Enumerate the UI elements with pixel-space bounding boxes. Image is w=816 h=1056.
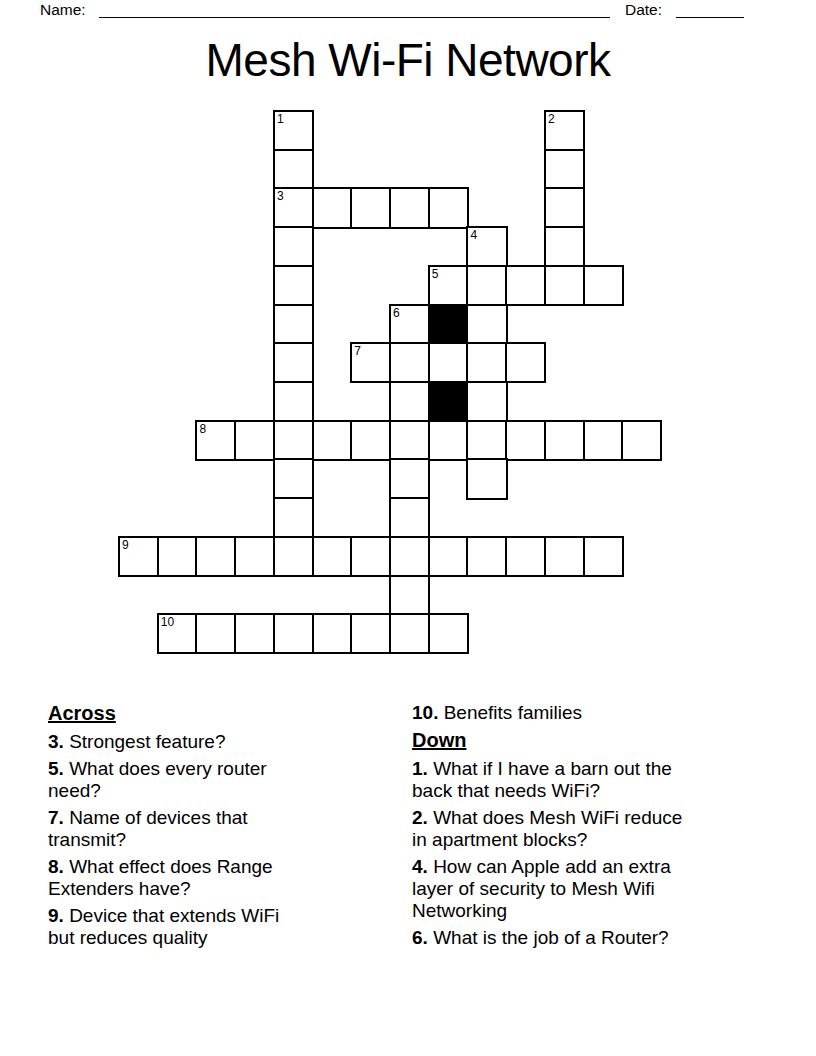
clues-column-left: Across3. Strongest feature?5. What does …	[48, 702, 298, 954]
clue-down-6: 6. What is the job of a Router?	[412, 927, 684, 949]
grid-cell[interactable]	[389, 458, 430, 499]
clue-down-4: 4. How can Apple add an extra layer of s…	[412, 856, 684, 922]
grid-cell[interactable]	[389, 381, 430, 422]
grid-cell[interactable]	[273, 458, 314, 499]
grid-cell[interactable]	[350, 613, 391, 654]
grid-cell[interactable]	[583, 265, 624, 306]
date-label: Date:	[625, 1, 662, 19]
clue-across-7: 7. Name of devices that transmit?	[48, 807, 298, 851]
grid-cell[interactable]	[273, 149, 314, 190]
date-input-line[interactable]	[676, 2, 744, 18]
grid-cell[interactable]	[195, 536, 236, 577]
clue-number-label: 3.	[48, 731, 64, 752]
clue-number-label: 10.	[412, 702, 438, 723]
crossword-grid: 12345678910	[118, 110, 663, 655]
grid-cell[interactable]	[389, 613, 430, 654]
clues-column-right: 10. Benefits familiesDown1. What if I ha…	[412, 702, 684, 954]
grid-cell[interactable]: 8	[195, 420, 236, 461]
clue-number-label: 9.	[48, 905, 64, 926]
grid-cell[interactable]	[195, 613, 236, 654]
grid-cell[interactable]	[273, 342, 314, 383]
clue-number-label: 4.	[412, 856, 428, 877]
grid-cell[interactable]	[466, 342, 507, 383]
clue-number: 2	[548, 112, 555, 126]
grid-cell[interactable]	[312, 187, 353, 228]
grid-cell[interactable]	[466, 304, 507, 345]
grid-cell[interactable]	[273, 536, 314, 577]
grid-cell[interactable]	[312, 613, 353, 654]
grid-cell[interactable]	[544, 536, 585, 577]
grid-cell[interactable]: 4	[466, 226, 507, 267]
clue-number: 5	[432, 267, 439, 281]
grid-cell[interactable]	[389, 187, 430, 228]
grid-cell[interactable]	[350, 420, 391, 461]
name-input-line[interactable]	[99, 2, 610, 18]
clue-down-1: 1. What if I have a barn out the back th…	[412, 758, 684, 802]
grid-cell[interactable]	[350, 187, 391, 228]
grid-cell[interactable]	[273, 304, 314, 345]
clue-number: 8	[199, 422, 206, 436]
grid-cell[interactable]	[273, 226, 314, 267]
grid-cell[interactable]	[505, 536, 546, 577]
grid-cell[interactable]	[234, 613, 275, 654]
grid-cell[interactable]	[273, 613, 314, 654]
grid-cell[interactable]: 3	[273, 187, 314, 228]
clue-across-5: 5. What does every router need?	[48, 758, 298, 802]
grid-cell[interactable]	[466, 536, 507, 577]
clue-number: 1	[277, 112, 284, 126]
grid-cell[interactable]	[273, 497, 314, 538]
grid-cell[interactable]	[583, 536, 624, 577]
grid-cell[interactable]	[273, 265, 314, 306]
grid-cell[interactable]: 10	[157, 613, 198, 654]
clue-across-3: 3. Strongest feature?	[48, 731, 298, 753]
grid-cell[interactable]	[466, 458, 507, 499]
grid-cell[interactable]	[544, 226, 585, 267]
grid-cell[interactable]	[350, 536, 391, 577]
grid-cell[interactable]	[466, 265, 507, 306]
grid-cell[interactable]	[389, 497, 430, 538]
clue-number: 9	[122, 538, 129, 552]
grid-cell[interactable]: 1	[273, 110, 314, 151]
grid-cell[interactable]	[544, 187, 585, 228]
grid-cell[interactable]	[428, 187, 469, 228]
block-cell	[428, 381, 469, 422]
grid-cell[interactable]	[389, 342, 430, 383]
across-heading: Across	[48, 702, 298, 724]
clue-number: 6	[393, 306, 400, 320]
grid-cell[interactable]	[273, 381, 314, 422]
grid-cell[interactable]	[428, 536, 469, 577]
clue-across-9: 9. Device that extends WiFi but reduces …	[48, 905, 298, 949]
grid-cell[interactable]: 6	[389, 304, 430, 345]
grid-cell[interactable]	[505, 265, 546, 306]
grid-cell[interactable]	[389, 575, 430, 616]
clue-number-label: 5.	[48, 758, 64, 779]
grid-cell[interactable]	[428, 342, 469, 383]
clue-number-label: 2.	[412, 807, 428, 828]
clue-across-8: 8. What effect does Range Extenders have…	[48, 856, 298, 900]
grid-cell[interactable]	[273, 420, 314, 461]
grid-cell[interactable]	[505, 342, 546, 383]
grid-cell[interactable]	[544, 265, 585, 306]
clue-number: 4	[470, 228, 477, 242]
grid-cell[interactable]: 5	[428, 265, 469, 306]
grid-cell[interactable]	[544, 149, 585, 190]
grid-cell[interactable]	[234, 420, 275, 461]
clue-number: 7	[354, 344, 361, 358]
grid-cell[interactable]: 7	[350, 342, 391, 383]
grid-cell[interactable]	[428, 613, 469, 654]
grid-cell[interactable]	[544, 420, 585, 461]
grid-cell[interactable]	[389, 420, 430, 461]
grid-cell[interactable]	[621, 420, 662, 461]
block-cell	[428, 304, 469, 345]
grid-cell[interactable]	[466, 420, 507, 461]
grid-cell[interactable]: 9	[118, 536, 159, 577]
clue-number-label: 1.	[412, 758, 428, 779]
grid-cell[interactable]	[312, 536, 353, 577]
clue-number-label: 7.	[48, 807, 64, 828]
grid-cell[interactable]	[583, 420, 624, 461]
grid-cell[interactable]	[428, 420, 469, 461]
clue-number: 3	[277, 189, 284, 203]
clue-number-label: 8.	[48, 856, 64, 877]
clue-down-2: 2. What does Mesh WiFi reduce in apartme…	[412, 807, 684, 851]
page-title: Mesh Wi-Fi Network	[0, 33, 816, 87]
grid-cell[interactable]: 2	[544, 110, 585, 151]
clue-across-10: 10. Benefits families	[412, 702, 684, 724]
clue-number-label: 6.	[412, 927, 428, 948]
worksheet-page: Name: Date: Mesh Wi-Fi Network 123456789…	[0, 0, 816, 1056]
grid-cell[interactable]	[312, 420, 353, 461]
down-heading: Down	[412, 729, 684, 751]
name-label: Name:	[40, 1, 86, 19]
grid-cell[interactable]	[234, 536, 275, 577]
grid-cell[interactable]	[505, 420, 546, 461]
grid-cell[interactable]	[466, 381, 507, 422]
grid-cell[interactable]	[157, 536, 198, 577]
grid-cell[interactable]	[389, 536, 430, 577]
clue-number: 10	[161, 615, 174, 629]
